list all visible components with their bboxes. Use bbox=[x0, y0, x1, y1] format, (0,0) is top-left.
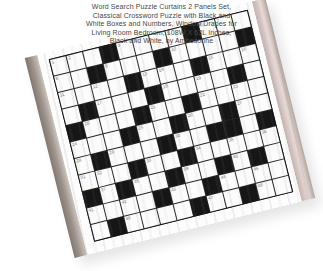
cell-number: 36 bbox=[261, 129, 267, 135]
cell-number: 27 bbox=[236, 100, 242, 106]
cell-number: 21 bbox=[150, 104, 156, 110]
cell-number: 45 bbox=[253, 166, 259, 172]
product-image: Word Search Puzzle Curtains 2 Panels Set… bbox=[0, 0, 323, 271]
cell-number: 42 bbox=[121, 199, 127, 205]
cell-number: 38 bbox=[133, 178, 139, 184]
title-line: Classical Crossword Puzzle with Black an… bbox=[0, 12, 323, 21]
cell-number: 43 bbox=[170, 186, 176, 192]
cell-number: 15 bbox=[208, 55, 214, 61]
grid-cell bbox=[273, 176, 292, 195]
cell-number: 26 bbox=[187, 112, 193, 118]
title-line: Black and White, by Ambesonne bbox=[0, 37, 323, 46]
cell-number: 20 bbox=[84, 120, 90, 126]
cell-number: 34 bbox=[195, 145, 201, 151]
cell-number: 47 bbox=[208, 195, 214, 201]
cell-number: 30 bbox=[175, 133, 181, 139]
cell-number: 16 bbox=[241, 46, 247, 52]
cell-number: 39 bbox=[183, 166, 189, 172]
cell-number: 2 bbox=[67, 55, 71, 60]
cell-number: 12 bbox=[92, 83, 98, 89]
cell-number: 25 bbox=[138, 125, 144, 131]
cell-number: 28 bbox=[76, 158, 82, 164]
title-line: Word Search Puzzle Curtains 2 Panels Set… bbox=[0, 3, 323, 12]
cell-number: 29 bbox=[109, 149, 115, 155]
cell-number: 13 bbox=[142, 71, 148, 77]
cell-number: 19 bbox=[195, 75, 201, 81]
title-line: Living Room Bedroom, 108W X 63L Inches, bbox=[0, 29, 323, 38]
cell-number: 17 bbox=[96, 100, 102, 106]
cell-number: 10 bbox=[171, 46, 177, 52]
cell-number: 46 bbox=[125, 215, 131, 221]
cell-number: 35 bbox=[228, 137, 234, 143]
cell-number: 22 bbox=[199, 92, 205, 98]
cell-number: 24 bbox=[72, 141, 78, 147]
cell-number: 23 bbox=[232, 83, 238, 89]
cell-number: 1 bbox=[51, 59, 55, 64]
cell-number: 41 bbox=[88, 207, 94, 213]
product-title: Word Search Puzzle Curtains 2 Panels Set… bbox=[0, 3, 323, 46]
cell-number: 8 bbox=[55, 76, 59, 81]
cell-number: 48 bbox=[257, 182, 263, 188]
cell-number: 33 bbox=[146, 158, 152, 164]
cell-number: 44 bbox=[220, 174, 226, 180]
cell-number: 40 bbox=[232, 154, 238, 160]
cell-number: 14 bbox=[158, 67, 164, 73]
cell-number: 11 bbox=[59, 92, 65, 98]
cell-number: 18 bbox=[162, 83, 168, 89]
cell-number: 32 bbox=[96, 170, 102, 176]
cell-number: 37 bbox=[100, 186, 106, 192]
cell-number: 31 bbox=[80, 174, 86, 180]
title-line: White Boxes and Numbers, Window Drapes f… bbox=[0, 20, 323, 29]
cell-number: 9 bbox=[105, 63, 109, 68]
